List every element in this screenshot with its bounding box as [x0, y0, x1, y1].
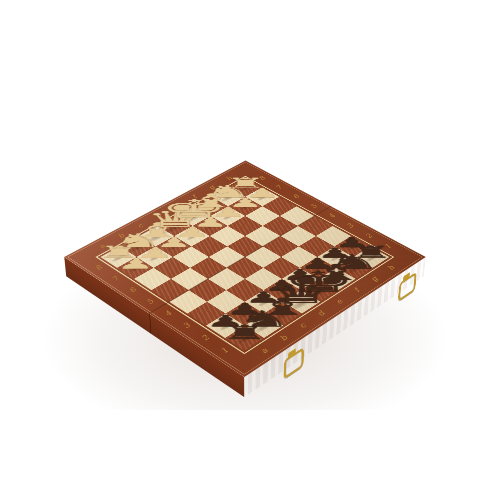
- file-label-near-h: h: [383, 263, 399, 273]
- file-label-far-b: b: [113, 232, 129, 241]
- file-label-far-d: d: [151, 212, 166, 221]
- rank-label-right-1: 1: [380, 242, 396, 251]
- file-label-near-f: f: [349, 285, 366, 295]
- chess-board: aabbccddeeffgghh1122334455667788 ♜♞♝♛♚♝♞…: [64, 160, 425, 377]
- file-label-near-b: b: [275, 333, 292, 344]
- file-label-far-f: f: [187, 193, 202, 201]
- rank-label-right-8: 8: [255, 174, 270, 182]
- perspective-scene: aabbccddeeffgghh1122334455667788 ♜♞♝♛♚♝♞…: [0, 0, 500, 500]
- rank-label-left-5: 5: [142, 297, 159, 307]
- rank-label-left-7: 7: [107, 274, 123, 284]
- rank-label-right-7: 7: [271, 183, 286, 191]
- file-label-near-c: c: [294, 320, 311, 331]
- file-label-far-e: e: [169, 202, 184, 211]
- rank-label-right-4: 4: [324, 212, 339, 221]
- brass-clasp-near-h1-icon: [396, 268, 415, 300]
- file-label-far-g: g: [204, 183, 219, 191]
- file-label-near-d: d: [313, 308, 330, 319]
- fold-seam-side-icon: [149, 314, 151, 334]
- file-label-near-g: g: [366, 274, 382, 284]
- rank-label-left-8: 8: [91, 263, 107, 273]
- file-label-near-a: a: [256, 345, 274, 356]
- rank-label-left-2: 2: [197, 333, 214, 344]
- square-a6: [134, 268, 171, 290]
- rank-label-left-3: 3: [178, 320, 195, 331]
- file-label-near-e: e: [331, 297, 348, 307]
- rank-label-left-1: 1: [216, 345, 234, 356]
- rank-label-right-3: 3: [342, 221, 358, 230]
- rank-label-right-2: 2: [361, 232, 377, 241]
- product-photo-canvas: aabbccddeeffgghh1122334455667788 ♜♞♝♛♚♝♞…: [0, 0, 500, 500]
- rank-label-right-6: 6: [289, 193, 304, 201]
- rank-label-right-5: 5: [306, 202, 321, 211]
- rank-label-left-4: 4: [160, 308, 177, 319]
- file-label-far-a: a: [94, 242, 110, 251]
- rank-label-left-6: 6: [124, 285, 141, 295]
- file-label-far-h: h: [221, 174, 236, 182]
- brass-clasp-near-a1-icon: [281, 343, 302, 377]
- file-label-far-c: c: [132, 221, 148, 230]
